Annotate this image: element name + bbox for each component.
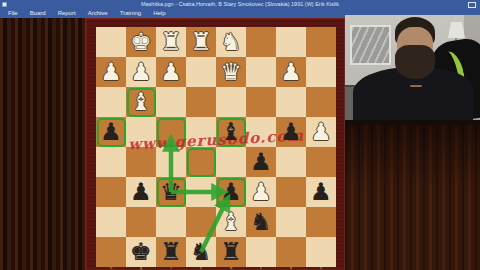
square[interactable]: ♞ (216, 27, 246, 57)
square[interactable]: ♟ (126, 177, 156, 207)
square[interactable] (126, 207, 156, 237)
square[interactable]: ♟ (126, 57, 156, 87)
square[interactable] (186, 57, 216, 87)
piece-bP: ♟ (246, 147, 276, 177)
square[interactable] (96, 237, 126, 267)
piece-wB: ♝ (216, 207, 246, 237)
beard (395, 45, 435, 79)
file-label: e (186, 266, 216, 270)
piece-wP: ♟ (276, 57, 306, 87)
square[interactable] (276, 177, 306, 207)
chess-board: www.gerusodo.com ♚♜♜♞♟♟♟♛♟♝♟♝♟♟♟♟♛♟♟♟♝♞♚… (96, 27, 336, 267)
square[interactable] (96, 147, 126, 177)
highlight-square (127, 88, 156, 117)
square[interactable] (246, 87, 276, 117)
app-window: Mashitka.pgn - Csaba,Horvath, B Stary Sm… (0, 0, 480, 270)
piece-wR: ♜ (186, 27, 216, 57)
piece-wP: ♟ (126, 57, 156, 87)
square[interactable] (186, 177, 216, 207)
square[interactable]: ♟ (96, 117, 126, 147)
menu-item-training[interactable]: Training (114, 9, 147, 18)
square[interactable] (216, 87, 246, 117)
square[interactable] (96, 207, 126, 237)
piece-wN: ♞ (216, 27, 246, 57)
square[interactable] (246, 57, 276, 87)
highlight-square (217, 178, 246, 207)
restore-window-icon[interactable] (468, 2, 476, 8)
menu-item-report[interactable]: Report (52, 9, 82, 18)
square[interactable]: ♚ (126, 237, 156, 267)
square[interactable] (156, 207, 186, 237)
menu-item-archive[interactable]: Archive (82, 9, 114, 18)
lip (410, 85, 422, 87)
square[interactable] (96, 27, 126, 57)
streamer-head (393, 17, 437, 87)
piece-wP: ♟ (96, 57, 126, 87)
right-wood-background (345, 125, 480, 270)
left-wood-background (0, 18, 85, 270)
square[interactable]: ♟ (306, 117, 336, 147)
piece-wK: ♚ (126, 27, 156, 57)
square[interactable] (276, 87, 306, 117)
highlight-square (97, 118, 126, 147)
square[interactable]: ♞ (246, 207, 276, 237)
square[interactable]: ♟ (246, 177, 276, 207)
square[interactable] (306, 87, 336, 117)
square[interactable] (276, 27, 306, 57)
piece-bP: ♟ (126, 177, 156, 207)
square[interactable] (96, 177, 126, 207)
square[interactable] (306, 207, 336, 237)
square[interactable] (306, 27, 336, 57)
piece-bP: ♟ (306, 177, 336, 207)
piece-bR: ♜ (216, 237, 246, 267)
square[interactable]: ♟ (276, 57, 306, 87)
square[interactable] (276, 237, 306, 267)
square[interactable]: ♟ (306, 177, 336, 207)
square[interactable]: ♝ (216, 207, 246, 237)
piece-wQ: ♛ (216, 57, 246, 87)
picture-frame (350, 25, 391, 65)
square[interactable]: ♜ (156, 27, 186, 57)
square[interactable] (306, 57, 336, 87)
file-label: h (96, 266, 126, 270)
file-label: g (126, 266, 156, 270)
square[interactable]: ♟ (246, 147, 276, 177)
piece-bN: ♞ (246, 207, 276, 237)
square[interactable] (306, 237, 336, 267)
square[interactable] (246, 27, 276, 57)
file-coordinates: hgfedcba (96, 266, 336, 270)
highlight-square (187, 148, 216, 177)
square[interactable]: ♟ (216, 177, 246, 207)
square[interactable]: ♝ (126, 87, 156, 117)
title-bar: Mashitka.pgn - Csaba,Horvath, B Stary Sm… (0, 0, 480, 9)
square[interactable]: ♜ (186, 27, 216, 57)
file-label: f (156, 266, 186, 270)
window-title: Mashitka.pgn - Csaba,Horvath, B Stary Sm… (0, 0, 480, 9)
floor-lamp-shade (448, 22, 465, 38)
menu-item-help[interactable]: Help (147, 9, 171, 18)
file-label: c (246, 266, 276, 270)
square[interactable]: ♜ (216, 237, 246, 267)
file-label: b (276, 266, 306, 270)
file-label: d (216, 266, 246, 270)
piece-wP: ♟ (306, 117, 336, 147)
square[interactable] (246, 237, 276, 267)
square[interactable] (186, 87, 216, 117)
menu-item-board[interactable]: Board (24, 9, 52, 18)
piece-bN: ♞ (186, 237, 216, 267)
menu-item-file[interactable]: File (2, 9, 24, 18)
square[interactable] (156, 87, 186, 117)
piece-bR: ♜ (156, 237, 186, 267)
piece-wP: ♟ (246, 177, 276, 207)
square[interactable] (186, 147, 216, 177)
piece-bK: ♚ (126, 237, 156, 267)
square[interactable] (276, 147, 306, 177)
square[interactable]: ♟ (96, 57, 126, 87)
piece-wP: ♟ (156, 57, 186, 87)
square[interactable] (306, 147, 336, 177)
square[interactable] (96, 87, 126, 117)
square[interactable]: ♚ (126, 27, 156, 57)
square[interactable] (276, 207, 306, 237)
highlight-square (157, 178, 186, 207)
square[interactable]: ♞ (186, 237, 216, 267)
square[interactable]: ♛ (216, 57, 246, 87)
file-label: a (306, 266, 336, 270)
square[interactable] (186, 207, 216, 237)
piece-wR: ♜ (156, 27, 186, 57)
square[interactable]: ♛ (156, 177, 186, 207)
board-frame: www.gerusodo.com ♚♜♜♞♟♟♟♛♟♝♟♝♟♟♟♟♛♟♟♟♝♞♚… (85, 18, 345, 270)
square[interactable] (216, 147, 246, 177)
webcam-panel (345, 15, 480, 120)
square[interactable]: ♜ (156, 237, 186, 267)
square[interactable]: ♟ (156, 57, 186, 87)
